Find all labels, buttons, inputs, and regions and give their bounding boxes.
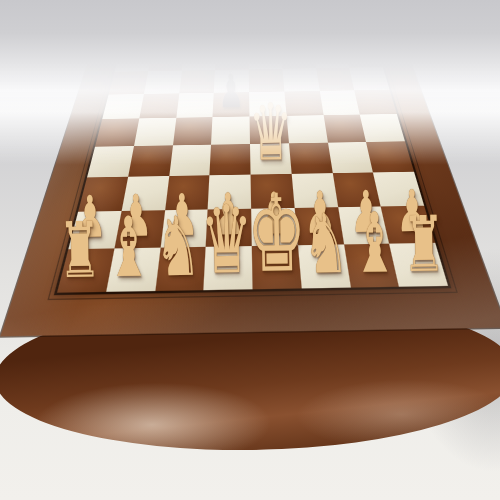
board-square-d8 xyxy=(215,49,249,70)
board-square-a6 xyxy=(102,94,144,120)
board-square-b8 xyxy=(148,50,184,71)
board-square-b6 xyxy=(139,93,179,119)
board-square-d1 xyxy=(204,246,253,290)
board-square-h2 xyxy=(381,205,436,244)
board-square-e6 xyxy=(249,91,286,116)
board-square-f3 xyxy=(291,173,337,208)
board-squares-grid xyxy=(54,45,451,295)
board-square-h4 xyxy=(366,141,414,172)
board-square-d4 xyxy=(210,144,251,175)
board-square-f2 xyxy=(294,207,343,246)
board-square-g8 xyxy=(313,47,350,68)
board-square-d6 xyxy=(213,92,250,117)
board-square-e2 xyxy=(251,207,298,246)
board-square-g5 xyxy=(323,115,366,143)
chess-board xyxy=(0,29,500,336)
board-square-a8 xyxy=(115,50,152,71)
board-square-c1 xyxy=(155,247,206,291)
board-square-b5 xyxy=(134,118,176,146)
board-square-e7 xyxy=(249,69,284,92)
board-square-a2 xyxy=(68,211,121,250)
board-square-c2 xyxy=(160,209,208,248)
board-square-e5 xyxy=(250,116,289,144)
board-square-h7 xyxy=(349,67,389,90)
board-square-f4 xyxy=(289,143,333,174)
board-square-e4 xyxy=(250,143,291,174)
board-square-b1 xyxy=(106,248,160,292)
board-square-h8 xyxy=(345,46,383,67)
board-square-b7 xyxy=(144,70,182,93)
board-square-f5 xyxy=(286,115,327,143)
board-square-f7 xyxy=(282,68,319,91)
board-square-f1 xyxy=(298,245,351,289)
board-square-f6 xyxy=(284,91,323,116)
board-square-g7 xyxy=(316,67,355,90)
board-square-c4 xyxy=(169,145,211,176)
board-square-h3 xyxy=(373,172,424,206)
board-square-e8 xyxy=(248,48,282,69)
board-square-g6 xyxy=(319,90,360,115)
board-square-c5 xyxy=(173,117,213,145)
photo-background: ♜♝♞♛♚♞♝♜♟♟♟♟♟♟♟♟♛♟ Walnut and maple ches… xyxy=(0,0,500,500)
board-square-a7 xyxy=(109,71,148,94)
board-square-b2 xyxy=(114,210,165,249)
board-square-c3 xyxy=(165,175,210,210)
board-square-d7 xyxy=(214,69,249,92)
board-square-c6 xyxy=(176,92,214,117)
board-square-a5 xyxy=(95,119,139,147)
board-square-c8 xyxy=(182,49,217,70)
board-square-a3 xyxy=(78,177,128,212)
board-wrapper: ♜♝♞♛♚♞♝♜♟♟♟♟♟♟♟♟♛♟ xyxy=(58,0,443,336)
board-square-f8 xyxy=(280,47,315,68)
board-square-h5 xyxy=(360,114,405,142)
board-square-e1 xyxy=(252,245,302,289)
board-square-c7 xyxy=(179,70,215,93)
board-square-h1 xyxy=(389,243,448,287)
board-square-b3 xyxy=(121,176,168,211)
board-square-b4 xyxy=(128,145,173,176)
board-square-g4 xyxy=(327,142,373,173)
board-square-h6 xyxy=(354,89,396,114)
board-square-d5 xyxy=(211,117,250,145)
board-square-e3 xyxy=(251,174,295,209)
board-square-a4 xyxy=(87,146,134,177)
board-square-d2 xyxy=(206,208,252,247)
board-square-a1 xyxy=(57,249,114,293)
board-square-d3 xyxy=(208,174,251,209)
